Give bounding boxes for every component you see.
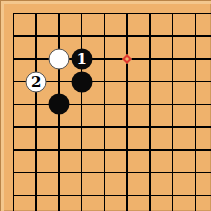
- black-stone: [71, 71, 92, 92]
- grid-line-vertical: [35, 13, 37, 211]
- black-stone: 1: [71, 48, 92, 69]
- grid-line-vertical: [126, 13, 128, 211]
- white-stone: [48, 48, 69, 69]
- grid-line-horizontal: [13, 58, 211, 60]
- grid-line-horizontal: [13, 172, 211, 174]
- grid-line-vertical: [149, 13, 151, 211]
- grid-line-horizontal: [13, 35, 211, 37]
- grid-line-vertical: [104, 13, 106, 211]
- white-stone: 2: [26, 71, 47, 92]
- grid-line-vertical: [13, 13, 15, 211]
- grid-line-vertical: [172, 13, 174, 211]
- go-board: 12: [0, 0, 211, 211]
- grid-line-vertical: [81, 13, 83, 211]
- grid-line-horizontal: [13, 126, 211, 128]
- black-stone: [48, 94, 69, 115]
- stone-move-number: 2: [31, 74, 41, 89]
- grid-line-horizontal: [13, 149, 211, 151]
- red-circle-marker-icon: [122, 54, 132, 64]
- stone-move-number: 1: [76, 51, 86, 66]
- grid-line-horizontal: [13, 13, 211, 15]
- grid-line-horizontal: [13, 195, 211, 197]
- grid-line-vertical: [195, 13, 197, 211]
- grid-line-horizontal: [13, 104, 211, 106]
